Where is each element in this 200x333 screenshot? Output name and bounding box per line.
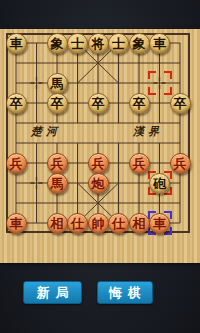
xiangqi-board[interactable]: 楚河 漢界 車象士将士象車馬卒卒卒卒卒砲兵兵兵兵兵馬炮車相仕帥仕相車 (0, 29, 200, 263)
piece-red-elephant[interactable]: 相 (47, 213, 68, 234)
piece-black-advisor[interactable]: 士 (108, 33, 129, 54)
piece-black-advisor[interactable]: 士 (67, 33, 88, 54)
river-label-left: 楚河 (31, 124, 61, 139)
piece-black-soldier[interactable]: 卒 (47, 93, 68, 114)
undo-button[interactable]: 悔棋 (97, 281, 153, 304)
piece-black-soldier[interactable]: 卒 (88, 93, 109, 114)
piece-red-soldier[interactable]: 兵 (6, 153, 27, 174)
piece-red-general[interactable]: 帥 (88, 213, 109, 234)
piece-black-elephant[interactable]: 象 (129, 33, 150, 54)
piece-black-general[interactable]: 将 (88, 33, 109, 54)
piece-black-soldier[interactable]: 卒 (6, 93, 27, 114)
piece-red-elephant[interactable]: 相 (129, 213, 150, 234)
piece-red-advisor[interactable]: 仕 (67, 213, 88, 234)
app-screen: 楚河 漢界 車象士将士象車馬卒卒卒卒卒砲兵兵兵兵兵馬炮車相仕帥仕相車 新局 悔棋 (0, 0, 200, 333)
piece-red-soldier[interactable]: 兵 (88, 153, 109, 174)
piece-red-chariot[interactable]: 車 (6, 213, 27, 234)
piece-red-soldier[interactable]: 兵 (47, 153, 68, 174)
piece-black-cannon[interactable]: 砲 (149, 173, 170, 194)
piece-black-horse[interactable]: 馬 (47, 73, 68, 94)
piece-black-elephant[interactable]: 象 (47, 33, 68, 54)
piece-red-cannon[interactable]: 炮 (88, 173, 109, 194)
river-label-right: 漢界 (133, 124, 163, 139)
piece-red-chariot[interactable]: 車 (149, 213, 170, 234)
piece-black-chariot[interactable]: 車 (149, 33, 170, 54)
piece-black-soldier[interactable]: 卒 (170, 93, 191, 114)
piece-black-chariot[interactable]: 車 (6, 33, 27, 54)
piece-red-soldier[interactable]: 兵 (129, 153, 150, 174)
piece-black-soldier[interactable]: 卒 (129, 93, 150, 114)
new-game-button[interactable]: 新局 (23, 281, 82, 304)
piece-red-soldier[interactable]: 兵 (170, 153, 191, 174)
piece-red-advisor[interactable]: 仕 (108, 213, 129, 234)
piece-red-horse[interactable]: 馬 (47, 173, 68, 194)
